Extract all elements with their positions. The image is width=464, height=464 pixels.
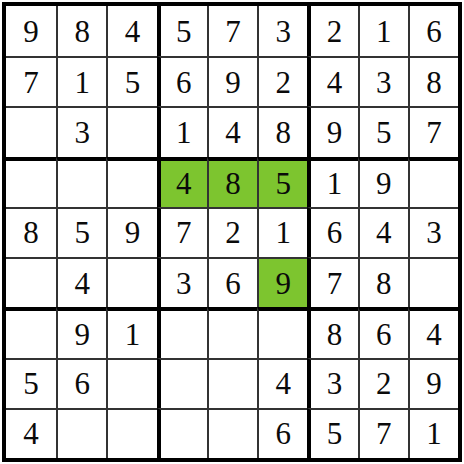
cell-r9c7[interactable]: 5 xyxy=(307,408,357,458)
cell-r1c3[interactable]: 4 xyxy=(106,6,156,56)
cell-r2c5[interactable]: 9 xyxy=(207,56,257,106)
cell-r8c2[interactable]: 6 xyxy=(56,358,106,408)
sudoku-page: 9845732167156924383148957485198597216434… xyxy=(0,0,464,464)
cell-r8c6[interactable]: 4 xyxy=(257,358,307,408)
cell-r1c7[interactable]: 2 xyxy=(307,6,357,56)
cell-r3c1[interactable] xyxy=(6,106,56,156)
cell-r4c2[interactable] xyxy=(56,157,106,207)
cell-r3c9[interactable]: 7 xyxy=(408,106,458,156)
cell-r8c8[interactable]: 2 xyxy=(358,358,408,408)
cell-r9c2[interactable] xyxy=(56,408,106,458)
cell-r2c6[interactable]: 2 xyxy=(257,56,307,106)
cell-r5c6[interactable]: 1 xyxy=(257,207,307,257)
cell-r7c1[interactable] xyxy=(6,307,56,357)
cell-r6c3[interactable] xyxy=(106,257,156,307)
cell-r2c8[interactable]: 3 xyxy=(358,56,408,106)
cell-r6c9[interactable] xyxy=(408,257,458,307)
cell-r7c4[interactable] xyxy=(157,307,207,357)
cell-r1c6[interactable]: 3 xyxy=(257,6,307,56)
cell-r6c1[interactable] xyxy=(6,257,56,307)
cell-r6c5[interactable]: 6 xyxy=(207,257,257,307)
cell-r1c2[interactable]: 8 xyxy=(56,6,106,56)
cell-r3c4[interactable]: 1 xyxy=(157,106,207,156)
cell-r4c3[interactable] xyxy=(106,157,156,207)
cell-r1c5[interactable]: 7 xyxy=(207,6,257,56)
cell-r3c8[interactable]: 5 xyxy=(358,106,408,156)
cell-r5c5[interactable]: 2 xyxy=(207,207,257,257)
cell-r3c5[interactable]: 4 xyxy=(207,106,257,156)
cell-r2c4[interactable]: 6 xyxy=(157,56,207,106)
cell-r4c5[interactable]: 8 xyxy=(207,157,257,207)
cell-r3c6[interactable]: 8 xyxy=(257,106,307,156)
cell-r8c5[interactable] xyxy=(207,358,257,408)
cell-r7c8[interactable]: 6 xyxy=(358,307,408,357)
cell-r8c3[interactable] xyxy=(106,358,156,408)
cell-r4c7[interactable]: 1 xyxy=(307,157,357,207)
cell-r4c6[interactable]: 5 xyxy=(257,157,307,207)
cell-r7c3[interactable]: 1 xyxy=(106,307,156,357)
cell-r5c2[interactable]: 5 xyxy=(56,207,106,257)
cell-r6c8[interactable]: 8 xyxy=(358,257,408,307)
cell-r8c1[interactable]: 5 xyxy=(6,358,56,408)
cell-r9c3[interactable] xyxy=(106,408,156,458)
cell-r6c2[interactable]: 4 xyxy=(56,257,106,307)
cell-r9c9[interactable]: 1 xyxy=(408,408,458,458)
cell-r7c5[interactable] xyxy=(207,307,257,357)
cell-r2c3[interactable]: 5 xyxy=(106,56,156,106)
cell-r8c9[interactable]: 9 xyxy=(408,358,458,408)
cell-r5c4[interactable]: 7 xyxy=(157,207,207,257)
cell-r5c7[interactable]: 6 xyxy=(307,207,357,257)
cell-r5c8[interactable]: 4 xyxy=(358,207,408,257)
cell-r5c1[interactable]: 8 xyxy=(6,207,56,257)
cell-r6c7[interactable]: 7 xyxy=(307,257,357,307)
cell-r3c2[interactable]: 3 xyxy=(56,106,106,156)
cell-r6c4[interactable]: 3 xyxy=(157,257,207,307)
cell-r2c9[interactable]: 8 xyxy=(408,56,458,106)
cell-r1c4[interactable]: 5 xyxy=(157,6,207,56)
cell-r9c8[interactable]: 7 xyxy=(358,408,408,458)
cell-r8c4[interactable] xyxy=(157,358,207,408)
cell-r3c7[interactable]: 9 xyxy=(307,106,357,156)
cell-r4c4[interactable]: 4 xyxy=(157,157,207,207)
cell-r7c9[interactable]: 4 xyxy=(408,307,458,357)
cell-r5c3[interactable]: 9 xyxy=(106,207,156,257)
sudoku-board: 9845732167156924383148957485198597216434… xyxy=(2,2,462,462)
cell-r3c3[interactable] xyxy=(106,106,156,156)
cell-r4c9[interactable] xyxy=(408,157,458,207)
cell-r8c7[interactable]: 3 xyxy=(307,358,357,408)
cell-r1c9[interactable]: 6 xyxy=(408,6,458,56)
cell-r6c6[interactable]: 9 xyxy=(257,257,307,307)
cell-r5c9[interactable]: 3 xyxy=(408,207,458,257)
cell-r7c7[interactable]: 8 xyxy=(307,307,357,357)
cell-r2c2[interactable]: 1 xyxy=(56,56,106,106)
cell-r9c5[interactable] xyxy=(207,408,257,458)
cell-r9c6[interactable]: 6 xyxy=(257,408,307,458)
cell-r2c1[interactable]: 7 xyxy=(6,56,56,106)
cell-r9c1[interactable]: 4 xyxy=(6,408,56,458)
cell-r4c1[interactable] xyxy=(6,157,56,207)
cell-r1c1[interactable]: 9 xyxy=(6,6,56,56)
cell-r9c4[interactable] xyxy=(157,408,207,458)
cell-r2c7[interactable]: 4 xyxy=(307,56,357,106)
cell-r7c2[interactable]: 9 xyxy=(56,307,106,357)
cell-r1c8[interactable]: 1 xyxy=(358,6,408,56)
cell-r4c8[interactable]: 9 xyxy=(358,157,408,207)
cell-r7c6[interactable] xyxy=(257,307,307,357)
